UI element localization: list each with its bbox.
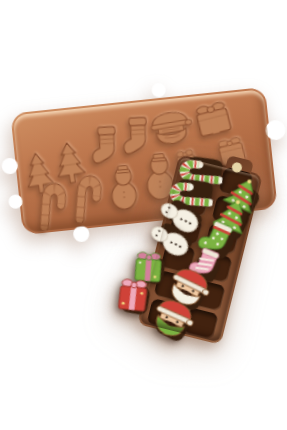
product-photo xyxy=(0,0,287,430)
mold-shape-candy-cane xyxy=(71,174,106,224)
mold-edge-notch xyxy=(1,157,19,175)
mold-shape-snowman xyxy=(105,164,143,212)
mold-shape-candy-cane xyxy=(36,182,71,232)
mold-edge-notch xyxy=(264,119,286,141)
chocolate-red-gift-chocolate xyxy=(113,275,152,314)
mold-edge-notch xyxy=(151,82,166,97)
mold-edge-notch xyxy=(8,194,23,209)
mold-shape-gift-box xyxy=(188,97,237,140)
mold-edge-notch xyxy=(72,225,90,243)
mold-shape-stocking xyxy=(90,125,123,166)
mold-shape-santa-face xyxy=(146,107,195,148)
